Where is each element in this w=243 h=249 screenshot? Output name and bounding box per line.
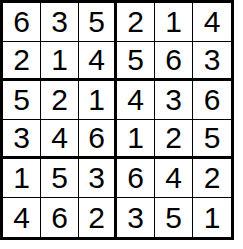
sudoku-cell-r3c1[interactable]: 5 xyxy=(3,81,41,120)
sudoku-cell-r3c6[interactable]: 6 xyxy=(193,81,231,120)
sudoku-cell-r6c1[interactable]: 4 xyxy=(3,198,41,237)
sudoku-cell-r1c2[interactable]: 3 xyxy=(41,3,79,42)
sudoku-cell-r5c6[interactable]: 2 xyxy=(193,159,231,198)
sudoku-cell-r4c2[interactable]: 4 xyxy=(41,120,79,159)
sudoku-cell-r2c2[interactable]: 1 xyxy=(41,42,79,81)
sudoku-cell-r1c4[interactable]: 2 xyxy=(117,3,155,42)
sudoku-cell-r2c1[interactable]: 2 xyxy=(3,42,41,81)
sudoku-cell-r6c6[interactable]: 1 xyxy=(193,198,231,237)
sudoku-cell-r3c3[interactable]: 1 xyxy=(79,81,117,120)
sudoku-cell-r5c5[interactable]: 4 xyxy=(155,159,193,198)
sudoku-cell-r4c6[interactable]: 5 xyxy=(193,120,231,159)
sudoku-cell-r1c1[interactable]: 6 xyxy=(3,3,41,42)
sudoku-cell-r5c1[interactable]: 1 xyxy=(3,159,41,198)
sudoku-cell-r6c4[interactable]: 3 xyxy=(117,198,155,237)
sudoku-cell-r2c6[interactable]: 3 xyxy=(193,42,231,81)
sudoku-cell-r1c6[interactable]: 4 xyxy=(193,3,231,42)
sudoku-cell-r5c4[interactable]: 6 xyxy=(117,159,155,198)
sudoku-cell-r1c3[interactable]: 5 xyxy=(79,3,117,42)
sudoku-cell-r3c4[interactable]: 4 xyxy=(117,81,155,120)
sudoku-cell-r3c2[interactable]: 2 xyxy=(41,81,79,120)
sudoku-cell-r4c3[interactable]: 6 xyxy=(79,120,117,159)
sudoku-cell-r6c2[interactable]: 6 xyxy=(41,198,79,237)
sudoku-cell-r2c4[interactable]: 5 xyxy=(117,42,155,81)
sudoku-cell-r4c4[interactable]: 1 xyxy=(117,120,155,159)
sudoku-cell-r3c5[interactable]: 3 xyxy=(155,81,193,120)
sudoku-cell-r6c5[interactable]: 5 xyxy=(155,198,193,237)
sudoku-cell-r2c5[interactable]: 6 xyxy=(155,42,193,81)
sudoku-page: 635214214563521436346125153642462351 xyxy=(0,0,243,249)
sudoku-cell-r6c3[interactable]: 2 xyxy=(79,198,117,237)
sudoku-cell-r2c3[interactable]: 4 xyxy=(79,42,117,81)
sudoku-cell-r4c1[interactable]: 3 xyxy=(3,120,41,159)
sudoku-cell-r5c3[interactable]: 3 xyxy=(79,159,117,198)
sudoku-cell-r4c5[interactable]: 2 xyxy=(155,120,193,159)
sudoku-board: 635214214563521436346125153642462351 xyxy=(0,0,234,240)
sudoku-cell-r1c5[interactable]: 1 xyxy=(155,3,193,42)
sudoku-cell-r5c2[interactable]: 5 xyxy=(41,159,79,198)
